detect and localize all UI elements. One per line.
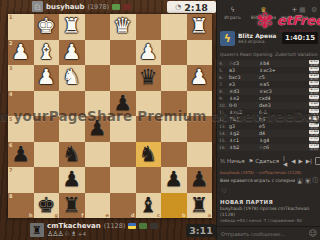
bottom-player-rating: (1128) bbox=[104, 222, 126, 230]
move-row: 8.♕d3♕xc34:214:10 bbox=[217, 88, 320, 95]
square-g2[interactable]: ♝ bbox=[34, 40, 60, 66]
move-row: 13.g3e52:583:31 bbox=[217, 123, 320, 130]
square-e1[interactable] bbox=[85, 14, 111, 40]
square-a2[interactable] bbox=[187, 40, 213, 66]
square-e8[interactable]: e bbox=[85, 193, 111, 219]
move-row: 6.bxc3c54:484:35 bbox=[217, 74, 320, 81]
square-a8[interactable]: a♜ bbox=[187, 193, 213, 219]
black-N-piece: ♞ bbox=[59, 142, 85, 168]
top-player-badge-icon bbox=[123, 4, 131, 10]
file-label-e: e bbox=[106, 212, 109, 218]
move-number: 8. bbox=[219, 89, 229, 94]
move-number: 14. bbox=[219, 131, 229, 136]
move-number: 5. bbox=[219, 68, 229, 73]
square-g8[interactable]: g♚ bbox=[34, 193, 60, 219]
black-P-piece: ♟ bbox=[187, 167, 213, 193]
tab-play-label: Играть bbox=[224, 15, 241, 20]
square-e3[interactable] bbox=[85, 65, 111, 91]
white-move[interactable]: ♗g2 bbox=[229, 131, 259, 136]
square-g6[interactable] bbox=[34, 142, 60, 168]
white-move[interactable]: ♗c1 bbox=[229, 138, 259, 143]
bottom-player-flag-icon bbox=[139, 223, 147, 229]
new-game-rating: (1128) bbox=[220, 212, 318, 217]
white-N-piece: ♞ bbox=[59, 65, 85, 91]
square-b6[interactable] bbox=[161, 142, 187, 168]
nav-next-button[interactable]: ▶ bbox=[298, 158, 302, 164]
square-h1[interactable]: 1 bbox=[8, 14, 34, 40]
nav-prev-button[interactable]: ◀ bbox=[291, 158, 295, 164]
move-number: 7. bbox=[219, 82, 229, 87]
white-P-piece: ♟ bbox=[187, 65, 213, 91]
bottom-player-name[interactable]: cmTkachevan bbox=[47, 222, 101, 230]
tab-play[interactable]: ϟ Играть bbox=[217, 1, 248, 25]
white-R-piece: ♜ bbox=[59, 14, 85, 40]
white-move[interactable]: e3 bbox=[229, 82, 259, 87]
move-row: 16.♗b2♘c62:183:11 bbox=[217, 144, 320, 151]
black-clock-time: 3:11 bbox=[189, 225, 213, 236]
arena-lightning-icon: ϟ bbox=[220, 31, 235, 46]
square-c3[interactable]: ♛ bbox=[136, 65, 162, 91]
square-h8[interactable]: 8h bbox=[8, 193, 34, 219]
rating-change-forecast: победа +50 / ничья -7 / поражение -50 bbox=[220, 218, 318, 223]
file-label-g: g bbox=[54, 212, 58, 218]
file-label-c: c bbox=[157, 212, 160, 218]
nav-last-button[interactable]: ▶| bbox=[306, 158, 312, 164]
move-times: 2:183:11 bbox=[309, 144, 319, 151]
clock-icon: ◔ bbox=[175, 3, 181, 11]
white-move[interactable]: a3 bbox=[229, 68, 259, 73]
file-label-a: a bbox=[208, 212, 211, 218]
black-clock: 3:11 bbox=[186, 224, 216, 237]
file-label-f: f bbox=[81, 212, 83, 218]
rank-label-7: 7 bbox=[9, 167, 12, 173]
move-number: 15. bbox=[219, 138, 229, 143]
top-player-rating: (1978) bbox=[87, 3, 109, 11]
move-row: 14.♗g2d42:443:26 bbox=[217, 130, 320, 137]
logo-subtext: GETFREEDAYS bbox=[279, 29, 315, 33]
white-clock: ◔ 2:18 bbox=[167, 1, 216, 13]
white-move[interactable]: bxc3 bbox=[229, 75, 259, 80]
move-number: 13. bbox=[219, 124, 229, 129]
move-row: 15.♗c1♗g42:313:19 bbox=[217, 137, 320, 144]
move-row: 5.a3♗xc3+4:504:41 bbox=[217, 67, 320, 74]
top-player-name[interactable]: busyhaub bbox=[46, 3, 84, 11]
black-move[interactable]: ♘c6 bbox=[259, 145, 289, 150]
move-row: 4.♘c3♗b44:524:49 bbox=[217, 60, 320, 67]
top-player-flag-icon bbox=[112, 4, 120, 10]
move-number: 6. bbox=[219, 75, 229, 80]
square-g3[interactable]: ♟ bbox=[34, 65, 60, 91]
draw-button[interactable]: ½ Ничья bbox=[220, 158, 245, 164]
logo-swirl-icon: ✾ bbox=[256, 9, 274, 33]
white-move[interactable]: g3 bbox=[229, 124, 259, 129]
white-K-piece: ♚ bbox=[34, 14, 60, 40]
square-b1[interactable] bbox=[161, 14, 187, 40]
square-a7[interactable]: ♟ bbox=[187, 167, 213, 193]
app-window: ♘ busyhaub (1978) ◔ 2:18 ⚙ 1♚♜♛♜2♟♝♟♟3♟♞… bbox=[0, 0, 320, 240]
rank-label-4: 4 bbox=[9, 91, 12, 97]
square-c1[interactable] bbox=[136, 14, 162, 40]
square-a3[interactable]: ♟ bbox=[187, 65, 213, 91]
rank-label-8: 8 bbox=[9, 193, 12, 199]
heart-icon[interactable]: ♡ bbox=[221, 187, 227, 195]
black-move[interactable]: e5 bbox=[259, 124, 289, 129]
black-N-piece: ♞ bbox=[136, 142, 162, 168]
white-move[interactable]: ♗e2 bbox=[229, 96, 259, 101]
square-f6[interactable]: ♞ bbox=[59, 142, 85, 168]
square-h2[interactable]: 2♟ bbox=[8, 40, 34, 66]
square-h7[interactable]: 7 bbox=[8, 167, 34, 193]
square-e2[interactable] bbox=[85, 40, 111, 66]
square-d2[interactable] bbox=[110, 40, 136, 66]
watermark-text: w yourPageShare Premium at GetFreeDays.c… bbox=[0, 108, 320, 124]
thumbs-up-icon[interactable]: ▲ bbox=[297, 178, 303, 184]
thumbs-down-icon[interactable]: ▼ bbox=[305, 178, 311, 184]
opening-name: Queen's Pawn Opening: Zukertort Variatio… bbox=[220, 52, 318, 57]
rank-label-6: 6 bbox=[9, 142, 12, 148]
ukraine-flag-icon bbox=[128, 223, 136, 229]
rank-label-3: 3 bbox=[9, 65, 12, 71]
rank-label-2: 2 bbox=[9, 40, 12, 46]
move-number: 4. bbox=[219, 61, 229, 66]
square-h3[interactable]: 3 bbox=[8, 65, 34, 91]
white-Q-piece: ♛ bbox=[110, 14, 136, 40]
square-e7[interactable] bbox=[85, 167, 111, 193]
white-move[interactable]: ♕d3 bbox=[229, 89, 259, 94]
square-g1[interactable]: ♚ bbox=[34, 14, 60, 40]
square-c8[interactable]: c♝ bbox=[136, 193, 162, 219]
white-move[interactable]: ♗b2 bbox=[229, 145, 259, 150]
square-e6[interactable] bbox=[85, 142, 111, 168]
square-b2[interactable] bbox=[161, 40, 187, 66]
material-advantage: +4 bbox=[78, 231, 86, 237]
bottom-player-avatar[interactable]: ♜ bbox=[30, 223, 44, 237]
game-controls: ½ Ничья ⚑ Сдаться |◀ ◀ ▶ ▶| bbox=[220, 155, 318, 167]
white-B-piece: ♝ bbox=[34, 40, 60, 66]
black-move[interactable]: ♕xc3 bbox=[259, 89, 289, 94]
rank-label-1: 1 bbox=[9, 14, 12, 20]
logo-text: etFree bbox=[277, 13, 320, 28]
white-R-piece: ♜ bbox=[187, 14, 213, 40]
emoji-icon[interactable]: ☺ bbox=[309, 229, 317, 238]
top-player-avatar[interactable]: ♘ bbox=[32, 1, 43, 12]
square-f1[interactable]: ♜ bbox=[59, 14, 85, 40]
square-f8[interactable]: f♜ bbox=[59, 193, 85, 219]
move-row: 9.♗e2cxd44:023:58 bbox=[217, 95, 320, 102]
square-c7[interactable] bbox=[136, 167, 162, 193]
move-list[interactable]: 4.♘c3♗b44:524:495.a3♗xc3+4:504:416.bxc3c… bbox=[217, 60, 320, 152]
black-move-time: 3:11 bbox=[309, 148, 319, 152]
captured-pieces: ♙♙♙ ♘ ♗ bbox=[47, 230, 76, 238]
black-P-piece: ♟ bbox=[161, 167, 187, 193]
move-row: 7.e3♕a54:394:22 bbox=[217, 81, 320, 88]
getfree-logo: ✾ etFree GETFREEDAYS bbox=[254, 7, 320, 41]
square-a1[interactable]: ♜ bbox=[187, 14, 213, 40]
white-move[interactable]: ♘c3 bbox=[229, 61, 259, 66]
square-f2[interactable]: ♟ bbox=[59, 40, 85, 66]
new-game-players: busyhaub (1978) против cmTkachevan bbox=[220, 206, 318, 211]
black-move[interactable]: ♗xc3+ bbox=[259, 68, 289, 73]
white-P-piece: ♟ bbox=[34, 65, 60, 91]
black-move[interactable]: cxd4 bbox=[259, 96, 289, 101]
opponent-feedback-row: Вам нравится играть с соперником? ▲ ▼ ⓘ bbox=[220, 177, 318, 184]
black-move[interactable]: ♗b4 bbox=[259, 61, 289, 66]
expand-icon[interactable] bbox=[315, 157, 320, 165]
bottom-player-bar: ♜ cmTkachevan (1128) ♙♙♙ ♘ ♗ +4 bbox=[30, 222, 158, 238]
chat-input[interactable]: Отправить сообщение... bbox=[221, 231, 309, 237]
new-game-title: НОВАЯ ПАРТИЯ bbox=[220, 199, 318, 205]
square-c2[interactable]: ♟ bbox=[136, 40, 162, 66]
square-f7[interactable]: ♟ bbox=[59, 167, 85, 193]
square-b7[interactable]: ♟ bbox=[161, 167, 187, 193]
black-move[interactable]: ♕a5 bbox=[259, 82, 289, 87]
square-d7[interactable] bbox=[110, 167, 136, 193]
square-d3[interactable] bbox=[110, 65, 136, 91]
lightning-icon: ϟ bbox=[230, 7, 235, 14]
black-move[interactable]: d4 bbox=[259, 131, 289, 136]
square-d8[interactable]: d bbox=[110, 193, 136, 219]
black-move[interactable]: c5 bbox=[259, 75, 289, 80]
square-d1[interactable]: ♛ bbox=[110, 14, 136, 40]
new-game-block: НОВАЯ ПАРТИЯ busyhaub (1978) против cmTk… bbox=[220, 199, 318, 223]
square-b8[interactable]: b bbox=[161, 193, 187, 219]
chat-input-row: Отправить сообщение... ☺ bbox=[217, 226, 320, 240]
file-label-h: h bbox=[29, 212, 33, 218]
bottom-player-badge-icon bbox=[150, 223, 158, 229]
feedback-question: Вам нравится играть с соперником? bbox=[220, 178, 295, 183]
info-icon[interactable]: ⓘ bbox=[313, 177, 319, 184]
resign-button[interactable]: ⚑ Сдаться bbox=[249, 158, 279, 164]
move-number: 16. bbox=[219, 145, 229, 150]
nav-first-button[interactable]: |◀ bbox=[283, 155, 288, 167]
black-P-piece: ♟ bbox=[59, 167, 85, 193]
white-P-piece: ♟ bbox=[59, 40, 85, 66]
square-f3[interactable]: ♞ bbox=[59, 65, 85, 91]
top-player-bar: ♘ busyhaub (1978) bbox=[32, 1, 131, 12]
file-label-b: b bbox=[182, 212, 186, 218]
square-h6[interactable]: 6♟ bbox=[8, 142, 34, 168]
square-b3[interactable] bbox=[161, 65, 187, 91]
square-d6[interactable] bbox=[110, 142, 136, 168]
black-move[interactable]: ♗g4 bbox=[259, 138, 289, 143]
square-a6[interactable] bbox=[187, 142, 213, 168]
white-P-piece: ♟ bbox=[136, 40, 162, 66]
square-c6[interactable]: ♞ bbox=[136, 142, 162, 168]
white-clock-time: 2:18 bbox=[184, 2, 208, 13]
black-Q-piece: ♛ bbox=[136, 65, 162, 91]
square-g7[interactable] bbox=[34, 167, 60, 193]
game-context-line: busyhaub (1978) – cmTkachevan (1128) bbox=[220, 170, 318, 175]
move-number: 9. bbox=[219, 96, 229, 101]
file-label-d: d bbox=[131, 212, 135, 218]
